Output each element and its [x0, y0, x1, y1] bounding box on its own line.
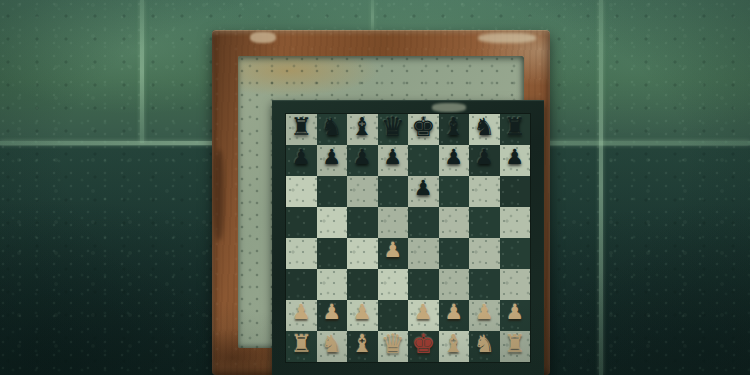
square-c3[interactable] [347, 269, 378, 300]
square-e8[interactable]: ♚ [408, 114, 439, 145]
square-h8[interactable]: ♜ [500, 114, 531, 145]
square-a5[interactable] [286, 207, 317, 238]
square-a2[interactable]: ♟ [286, 300, 317, 331]
piece-white-pawn-g2[interactable]: ♟ [475, 302, 494, 323]
square-c5[interactable] [347, 207, 378, 238]
frame-rust-streak-left [214, 150, 224, 240]
square-g1[interactable]: ♞ [469, 331, 500, 362]
square-e1[interactable]: ♚ [408, 331, 439, 362]
square-a6[interactable] [286, 176, 317, 207]
square-b7[interactable]: ♟ [317, 145, 348, 176]
square-d6[interactable] [378, 176, 409, 207]
frame-worn-chip-top-left [250, 32, 276, 43]
piece-white-pawn-a2[interactable]: ♟ [292, 302, 311, 323]
piece-black-bishop-c8[interactable]: ♝ [351, 114, 373, 139]
chessboard-outer-frame: ♜♞♝♛♚♝♞♜♟♟♟♟♟♟♟♟♟♟♟♟♟♟♟♟♜♞♝♛♚♝♞♜ [212, 30, 550, 375]
square-e7[interactable] [408, 145, 439, 176]
square-a4[interactable] [286, 238, 317, 269]
square-a7[interactable]: ♟ [286, 145, 317, 176]
square-d3[interactable] [378, 269, 409, 300]
square-f5[interactable] [439, 207, 470, 238]
piece-black-bishop-f8[interactable]: ♝ [443, 114, 465, 139]
wall-seam-vertical-right [599, 0, 603, 375]
square-b2[interactable]: ♟ [317, 300, 348, 331]
square-d7[interactable]: ♟ [378, 145, 409, 176]
square-a8[interactable]: ♜ [286, 114, 317, 145]
square-e3[interactable] [408, 269, 439, 300]
piece-black-knight-b8[interactable]: ♞ [321, 115, 343, 139]
piece-white-pawn-e2[interactable]: ♟ [414, 302, 433, 323]
square-h3[interactable] [500, 269, 531, 300]
piece-black-pawn-c7[interactable]: ♟ [353, 147, 372, 168]
square-f3[interactable] [439, 269, 470, 300]
square-b6[interactable] [317, 176, 348, 207]
square-c8[interactable]: ♝ [347, 114, 378, 145]
square-h4[interactable] [500, 238, 531, 269]
piece-white-knight-g1[interactable]: ♞ [473, 332, 495, 356]
square-h7[interactable]: ♟ [500, 145, 531, 176]
wall-seam-vertical-top [371, 0, 374, 34]
square-g3[interactable] [469, 269, 500, 300]
square-g5[interactable] [469, 207, 500, 238]
piece-white-bishop-f1[interactable]: ♝ [443, 331, 465, 356]
square-h6[interactable] [500, 176, 531, 207]
square-b3[interactable] [317, 269, 348, 300]
square-e4[interactable] [408, 238, 439, 269]
square-h1[interactable]: ♜ [500, 331, 531, 362]
square-a1[interactable]: ♜ [286, 331, 317, 362]
piece-white-knight-b1[interactable]: ♞ [321, 332, 343, 356]
square-c7[interactable]: ♟ [347, 145, 378, 176]
square-d2[interactable] [378, 300, 409, 331]
board-raised-platform: ♜♞♝♛♚♝♞♜♟♟♟♟♟♟♟♟♟♟♟♟♟♟♟♟♜♞♝♛♚♝♞♜ [272, 100, 544, 375]
piece-black-knight-g8[interactable]: ♞ [473, 115, 495, 139]
square-h5[interactable] [500, 207, 531, 238]
square-d1[interactable]: ♛ [378, 331, 409, 362]
square-c1[interactable]: ♝ [347, 331, 378, 362]
square-g2[interactable]: ♟ [469, 300, 500, 331]
piece-black-pawn-a7[interactable]: ♟ [292, 147, 311, 168]
piece-white-bishop-c1[interactable]: ♝ [351, 331, 373, 356]
square-b1[interactable]: ♞ [317, 331, 348, 362]
square-d5[interactable] [378, 207, 409, 238]
square-f7[interactable]: ♟ [439, 145, 470, 176]
board-recessed-margin: ♜♞♝♛♚♝♞♜♟♟♟♟♟♟♟♟♟♟♟♟♟♟♟♟♜♞♝♛♚♝♞♜ [238, 56, 524, 348]
square-b8[interactable]: ♞ [317, 114, 348, 145]
piece-white-pawn-f2[interactable]: ♟ [444, 302, 463, 323]
square-c6[interactable] [347, 176, 378, 207]
square-b5[interactable] [317, 207, 348, 238]
square-c2[interactable]: ♟ [347, 300, 378, 331]
wall-seam-vertical-left [140, 0, 144, 143]
square-d4[interactable]: ♟ [378, 238, 409, 269]
piece-black-pawn-d7[interactable]: ♟ [383, 147, 402, 168]
piece-white-king-e1[interactable]: ♚ [411, 330, 435, 357]
square-g6[interactable] [469, 176, 500, 207]
piece-black-queen-d8[interactable]: ♛ [381, 113, 405, 140]
piece-black-rook-a8[interactable]: ♜ [290, 115, 312, 139]
square-f8[interactable]: ♝ [439, 114, 470, 145]
piece-black-pawn-e6[interactable]: ♟ [414, 178, 433, 199]
piece-white-pawn-h2[interactable]: ♟ [505, 302, 524, 323]
piece-black-king-e8[interactable]: ♚ [411, 113, 435, 140]
piece-white-pawn-c2[interactable]: ♟ [353, 302, 372, 323]
square-f1[interactable]: ♝ [439, 331, 470, 362]
square-c4[interactable] [347, 238, 378, 269]
square-e2[interactable]: ♟ [408, 300, 439, 331]
rim-worn-patch [432, 103, 466, 112]
square-f4[interactable] [439, 238, 470, 269]
square-a3[interactable] [286, 269, 317, 300]
frame-worn-chip-top-right [478, 33, 536, 43]
square-g8[interactable]: ♞ [469, 114, 500, 145]
piece-white-rook-a1[interactable]: ♜ [290, 332, 312, 356]
square-g7[interactable]: ♟ [469, 145, 500, 176]
square-e5[interactable] [408, 207, 439, 238]
photo-scene: ♜♞♝♛♚♝♞♜♟♟♟♟♟♟♟♟♟♟♟♟♟♟♟♟♜♞♝♛♚♝♞♜ [0, 0, 750, 375]
square-e6[interactable]: ♟ [408, 176, 439, 207]
piece-black-rook-h8[interactable]: ♜ [504, 115, 526, 139]
square-f2[interactable]: ♟ [439, 300, 470, 331]
piece-white-pawn-d4[interactable]: ♟ [383, 240, 402, 261]
piece-white-rook-h1[interactable]: ♜ [504, 332, 526, 356]
chess-board: ♜♞♝♛♚♝♞♜♟♟♟♟♟♟♟♟♟♟♟♟♟♟♟♟♜♞♝♛♚♝♞♜ [286, 114, 530, 362]
piece-black-pawn-g7[interactable]: ♟ [475, 147, 494, 168]
square-b4[interactable] [317, 238, 348, 269]
piece-white-queen-d1[interactable]: ♛ [381, 330, 405, 357]
piece-black-pawn-b7[interactable]: ♟ [322, 147, 341, 168]
piece-white-pawn-b2[interactable]: ♟ [322, 302, 341, 323]
piece-black-pawn-f7[interactable]: ♟ [444, 147, 463, 168]
square-h2[interactable]: ♟ [500, 300, 531, 331]
square-d8[interactable]: ♛ [378, 114, 409, 145]
square-g4[interactable] [469, 238, 500, 269]
piece-black-pawn-h7[interactable]: ♟ [505, 147, 524, 168]
square-f6[interactable] [439, 176, 470, 207]
